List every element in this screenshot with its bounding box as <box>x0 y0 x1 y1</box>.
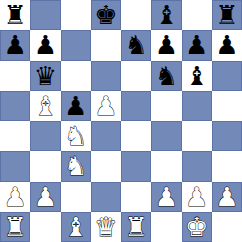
square-d8[interactable]: ♚ <box>91 0 121 30</box>
square-d4[interactable] <box>91 121 121 151</box>
piece-white-pawn: ♟ <box>215 182 238 212</box>
square-e6[interactable] <box>121 61 151 91</box>
square-c6[interactable] <box>61 61 91 91</box>
square-f5[interactable] <box>151 91 181 121</box>
square-b2[interactable]: ♟ <box>30 182 60 212</box>
piece-white-pawn: ♟ <box>3 182 26 212</box>
square-b7[interactable]: ♟ <box>30 30 60 60</box>
square-f3[interactable] <box>151 151 181 181</box>
square-b3[interactable] <box>30 151 60 181</box>
square-g2[interactable]: ♟ <box>182 182 212 212</box>
square-g6[interactable]: ♝ <box>182 61 212 91</box>
square-d5[interactable]: ♟ <box>91 91 121 121</box>
piece-black-pawn: ♟ <box>3 30 26 60</box>
square-h5[interactable] <box>212 91 242 121</box>
piece-black-queen: ♛ <box>34 61 57 91</box>
square-g1[interactable]: ♚ <box>182 212 212 242</box>
square-d6[interactable] <box>91 61 121 91</box>
square-e3[interactable] <box>121 151 151 181</box>
piece-black-pawn: ♟ <box>215 30 238 60</box>
square-h6[interactable] <box>212 61 242 91</box>
square-h8[interactable]: ♜ <box>212 0 242 30</box>
square-f7[interactable]: ♟ <box>151 30 181 60</box>
piece-black-bishop: ♝ <box>185 61 208 91</box>
square-b6[interactable]: ♛ <box>30 61 60 91</box>
piece-white-pawn: ♟ <box>185 182 208 212</box>
square-a3[interactable] <box>0 151 30 181</box>
piece-black-rook: ♜ <box>3 0 26 30</box>
square-a4[interactable] <box>0 121 30 151</box>
piece-white-queen: ♛ <box>94 212 117 242</box>
piece-black-pawn: ♟ <box>34 30 57 60</box>
square-g5[interactable] <box>182 91 212 121</box>
piece-black-pawn: ♟ <box>185 30 208 60</box>
square-a8[interactable]: ♜ <box>0 0 30 30</box>
square-e4[interactable] <box>121 121 151 151</box>
piece-white-rook: ♜ <box>124 212 147 242</box>
square-b8[interactable] <box>30 0 60 30</box>
piece-black-pawn: ♟ <box>155 30 178 60</box>
square-d3[interactable] <box>91 151 121 181</box>
square-e2[interactable] <box>121 182 151 212</box>
square-c8[interactable] <box>61 0 91 30</box>
square-f1[interactable] <box>151 212 181 242</box>
square-d1[interactable]: ♛ <box>91 212 121 242</box>
piece-white-king: ♚ <box>185 212 208 242</box>
piece-white-pawn: ♟ <box>155 182 178 212</box>
piece-white-pawn: ♟ <box>94 91 117 121</box>
piece-white-bishop: ♝ <box>34 91 57 121</box>
square-e5[interactable] <box>121 91 151 121</box>
square-f2[interactable]: ♟ <box>151 182 181 212</box>
square-f6[interactable]: ♞ <box>151 61 181 91</box>
square-h2[interactable]: ♟ <box>212 182 242 212</box>
square-c7[interactable] <box>61 30 91 60</box>
square-e1[interactable]: ♜ <box>121 212 151 242</box>
piece-black-knight: ♞ <box>155 61 178 91</box>
square-b4[interactable] <box>30 121 60 151</box>
square-a6[interactable] <box>0 61 30 91</box>
piece-white-bishop: ♝ <box>64 212 87 242</box>
piece-black-knight: ♞ <box>124 30 147 60</box>
square-f8[interactable]: ♝ <box>151 0 181 30</box>
square-g7[interactable]: ♟ <box>182 30 212 60</box>
piece-white-pawn: ♟ <box>34 182 57 212</box>
square-a5[interactable] <box>0 91 30 121</box>
piece-black-king: ♚ <box>94 0 117 30</box>
piece-black-rook: ♜ <box>215 0 238 30</box>
square-h1[interactable] <box>212 212 242 242</box>
square-c3[interactable]: ♞ <box>61 151 91 181</box>
square-h7[interactable]: ♟ <box>212 30 242 60</box>
square-h4[interactable] <box>212 121 242 151</box>
square-g3[interactable] <box>182 151 212 181</box>
square-e8[interactable] <box>121 0 151 30</box>
square-e7[interactable]: ♞ <box>121 30 151 60</box>
square-b1[interactable] <box>30 212 60 242</box>
piece-white-knight: ♞ <box>64 121 87 151</box>
square-g4[interactable] <box>182 121 212 151</box>
piece-black-pawn: ♟ <box>64 91 87 121</box>
square-d2[interactable] <box>91 182 121 212</box>
square-b5[interactable]: ♝ <box>30 91 60 121</box>
square-c4[interactable]: ♞ <box>61 121 91 151</box>
square-a7[interactable]: ♟ <box>0 30 30 60</box>
piece-white-knight: ♞ <box>64 151 87 181</box>
square-f4[interactable] <box>151 121 181 151</box>
square-d7[interactable] <box>91 30 121 60</box>
chess-board: ♜♚♝♜♟♟♞♟♟♟♛♞♝♝♟♟♞♞♟♟♟♟♟♜♝♛♜♚ <box>0 0 242 242</box>
square-g8[interactable] <box>182 0 212 30</box>
square-c1[interactable]: ♝ <box>61 212 91 242</box>
square-c2[interactable] <box>61 182 91 212</box>
square-a1[interactable]: ♜ <box>0 212 30 242</box>
square-c5[interactable]: ♟ <box>61 91 91 121</box>
square-a2[interactable]: ♟ <box>0 182 30 212</box>
piece-white-rook: ♜ <box>3 212 26 242</box>
piece-black-bishop: ♝ <box>155 0 178 30</box>
square-h3[interactable] <box>212 151 242 181</box>
